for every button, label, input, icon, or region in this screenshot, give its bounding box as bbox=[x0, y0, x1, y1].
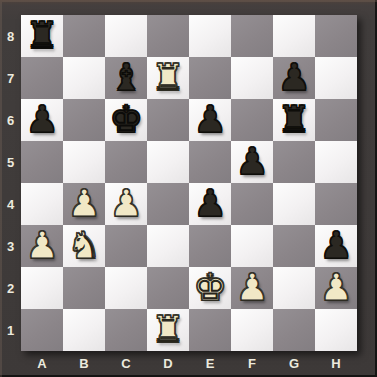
file-label-g: G bbox=[273, 351, 315, 375]
square-g3[interactable] bbox=[273, 225, 315, 267]
piece-white-pawn[interactable]: ♟ bbox=[67, 183, 100, 225]
square-b3[interactable]: ♞ bbox=[63, 225, 105, 267]
piece-black-pawn[interactable]: ♟ bbox=[277, 57, 310, 99]
file-label-e: E bbox=[189, 351, 231, 375]
square-h7[interactable] bbox=[315, 57, 357, 99]
square-a4[interactable] bbox=[21, 183, 63, 225]
square-c7[interactable]: ♝ bbox=[105, 57, 147, 99]
square-e7[interactable] bbox=[189, 57, 231, 99]
square-d4[interactable] bbox=[147, 183, 189, 225]
square-d1[interactable]: ♜ bbox=[147, 309, 189, 351]
file-label-c: C bbox=[105, 351, 147, 375]
square-e3[interactable] bbox=[189, 225, 231, 267]
square-g4[interactable] bbox=[273, 183, 315, 225]
piece-black-pawn[interactable]: ♟ bbox=[25, 99, 58, 141]
piece-black-pawn[interactable]: ♟ bbox=[193, 183, 226, 225]
piece-black-rook[interactable]: ♜ bbox=[277, 99, 310, 141]
square-e4[interactable]: ♟ bbox=[189, 183, 231, 225]
square-b1[interactable] bbox=[63, 309, 105, 351]
file-label-d: D bbox=[147, 351, 189, 375]
square-b4[interactable]: ♟ bbox=[63, 183, 105, 225]
piece-black-rook[interactable]: ♜ bbox=[25, 15, 58, 57]
square-g8[interactable] bbox=[273, 15, 315, 57]
square-e5[interactable] bbox=[189, 141, 231, 183]
square-a1[interactable] bbox=[21, 309, 63, 351]
square-f5[interactable]: ♟ bbox=[231, 141, 273, 183]
square-c3[interactable] bbox=[105, 225, 147, 267]
rank-label-4: 4 bbox=[0, 183, 21, 225]
square-b7[interactable] bbox=[63, 57, 105, 99]
square-h8[interactable] bbox=[315, 15, 357, 57]
square-c1[interactable] bbox=[105, 309, 147, 351]
square-b6[interactable] bbox=[63, 99, 105, 141]
piece-white-pawn[interactable]: ♟ bbox=[109, 183, 142, 225]
square-c4[interactable]: ♟ bbox=[105, 183, 147, 225]
rank-label-5: 5 bbox=[0, 141, 21, 183]
square-e2[interactable]: ♚ bbox=[189, 267, 231, 309]
square-e6[interactable]: ♟ bbox=[189, 99, 231, 141]
square-h6[interactable] bbox=[315, 99, 357, 141]
piece-black-pawn[interactable]: ♟ bbox=[193, 99, 226, 141]
square-h3[interactable]: ♟ bbox=[315, 225, 357, 267]
square-g5[interactable] bbox=[273, 141, 315, 183]
square-a5[interactable] bbox=[21, 141, 63, 183]
square-f4[interactable] bbox=[231, 183, 273, 225]
piece-black-pawn[interactable]: ♟ bbox=[235, 141, 268, 183]
square-a3[interactable]: ♟ bbox=[21, 225, 63, 267]
square-c6[interactable]: ♚ bbox=[105, 99, 147, 141]
square-f8[interactable] bbox=[231, 15, 273, 57]
square-g6[interactable]: ♜ bbox=[273, 99, 315, 141]
piece-white-pawn[interactable]: ♟ bbox=[319, 267, 352, 309]
rank-label-1: 1 bbox=[0, 309, 21, 351]
rank-label-2: 2 bbox=[0, 267, 21, 309]
square-f2[interactable]: ♟ bbox=[231, 267, 273, 309]
square-d3[interactable] bbox=[147, 225, 189, 267]
square-f6[interactable] bbox=[231, 99, 273, 141]
square-f3[interactable] bbox=[231, 225, 273, 267]
square-b5[interactable] bbox=[63, 141, 105, 183]
square-b2[interactable] bbox=[63, 267, 105, 309]
square-g1[interactable] bbox=[273, 309, 315, 351]
square-c5[interactable] bbox=[105, 141, 147, 183]
square-f1[interactable] bbox=[231, 309, 273, 351]
square-f7[interactable] bbox=[231, 57, 273, 99]
square-a7[interactable] bbox=[21, 57, 63, 99]
square-d7[interactable]: ♜ bbox=[147, 57, 189, 99]
file-labels: ABCDEFGH bbox=[21, 351, 357, 375]
file-label-b: B bbox=[63, 351, 105, 375]
square-a2[interactable] bbox=[21, 267, 63, 309]
piece-white-king[interactable]: ♚ bbox=[193, 267, 226, 309]
rank-label-8: 8 bbox=[0, 15, 21, 57]
piece-black-pawn[interactable]: ♟ bbox=[319, 225, 352, 267]
rank-label-6: 6 bbox=[0, 99, 21, 141]
square-d2[interactable] bbox=[147, 267, 189, 309]
square-h1[interactable] bbox=[315, 309, 357, 351]
square-e1[interactable] bbox=[189, 309, 231, 351]
rank-label-7: 7 bbox=[0, 57, 21, 99]
square-d5[interactable] bbox=[147, 141, 189, 183]
piece-white-rook[interactable]: ♜ bbox=[151, 309, 184, 351]
square-g7[interactable]: ♟ bbox=[273, 57, 315, 99]
file-label-f: F bbox=[231, 351, 273, 375]
square-c2[interactable] bbox=[105, 267, 147, 309]
square-g2[interactable] bbox=[273, 267, 315, 309]
rank-label-3: 3 bbox=[0, 225, 21, 267]
chess-board: ♜♝♜♟♟♚♟♜♟♟♟♟♟♞♟♚♟♟♜ bbox=[21, 15, 357, 351]
file-label-a: A bbox=[21, 351, 63, 375]
chess-board-window: 87654321 ♜♝♜♟♟♚♟♜♟♟♟♟♟♞♟♚♟♟♜ ABCDEFGH bbox=[0, 0, 377, 377]
piece-white-pawn[interactable]: ♟ bbox=[25, 225, 58, 267]
piece-black-king[interactable]: ♚ bbox=[109, 99, 142, 141]
square-b8[interactable] bbox=[63, 15, 105, 57]
square-c8[interactable] bbox=[105, 15, 147, 57]
piece-white-pawn[interactable]: ♟ bbox=[235, 267, 268, 309]
square-d6[interactable] bbox=[147, 99, 189, 141]
square-d8[interactable] bbox=[147, 15, 189, 57]
rank-labels: 87654321 bbox=[0, 15, 21, 351]
piece-white-knight[interactable]: ♞ bbox=[67, 225, 100, 267]
square-h5[interactable] bbox=[315, 141, 357, 183]
square-h2[interactable]: ♟ bbox=[315, 267, 357, 309]
piece-black-bishop[interactable]: ♝ bbox=[109, 57, 142, 99]
square-a8[interactable]: ♜ bbox=[21, 15, 63, 57]
square-h4[interactable] bbox=[315, 183, 357, 225]
square-e8[interactable] bbox=[189, 15, 231, 57]
file-label-h: H bbox=[315, 351, 357, 375]
piece-white-rook[interactable]: ♜ bbox=[151, 57, 184, 99]
square-a6[interactable]: ♟ bbox=[21, 99, 63, 141]
